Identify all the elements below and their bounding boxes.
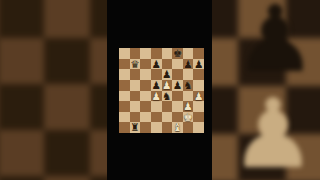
square-e1	[162, 122, 173, 133]
square-f8: ♚	[172, 48, 183, 59]
square-e2	[162, 112, 173, 123]
square-e3	[162, 101, 173, 112]
piece-bn-e4: ♞	[162, 90, 171, 101]
blurred-board-background-left	[0, 0, 107, 180]
square-a5	[119, 80, 130, 91]
square-h7: ♟	[193, 59, 204, 70]
letterbox-blur-right: ♟ ♟	[212, 0, 320, 180]
video-frame: ♟ ♟ ♚♛♟♟♟♟♟♟♟♞♟♞♟♟♚♜♝	[0, 0, 320, 180]
piece-wp-h4: ♟	[194, 90, 203, 101]
piece-bq-b7: ♛	[130, 58, 139, 69]
square-g2: ♚	[183, 112, 194, 123]
square-a4	[119, 91, 130, 102]
square-c5	[140, 80, 151, 91]
square-a1	[119, 122, 130, 133]
square-a2	[119, 112, 130, 123]
square-d4: ♟	[151, 91, 162, 102]
square-h1	[193, 122, 204, 133]
square-d3	[151, 101, 162, 112]
square-c7	[140, 59, 151, 70]
square-d2	[151, 112, 162, 123]
piece-bk-f8: ♚	[173, 48, 182, 59]
square-f4	[172, 91, 183, 102]
square-h2	[193, 112, 204, 123]
square-f5: ♟	[172, 80, 183, 91]
chess-board: ♚♛♟♟♟♟♟♟♟♞♟♞♟♟♚♜♝	[119, 48, 204, 133]
square-b3	[130, 101, 141, 112]
square-c6	[140, 69, 151, 80]
square-h6	[193, 69, 204, 80]
square-b1: ♜	[130, 122, 141, 133]
piece-bp-f5: ♟	[173, 79, 182, 90]
piece-bn-g5: ♞	[183, 79, 192, 90]
square-f3	[172, 101, 183, 112]
piece-bp-d7: ♟	[151, 58, 160, 69]
piece-wb-f1: ♝	[173, 122, 182, 133]
square-c8	[140, 48, 151, 59]
square-f1: ♝	[172, 122, 183, 133]
piece-br-b1: ♜	[130, 122, 139, 133]
square-c4	[140, 91, 151, 102]
square-g7: ♟	[183, 59, 194, 70]
square-e4: ♞	[162, 91, 173, 102]
square-c1	[140, 122, 151, 133]
square-b4	[130, 91, 141, 102]
square-c2	[140, 112, 151, 123]
piece-bp-h7: ♟	[194, 58, 203, 69]
square-g1	[183, 122, 194, 133]
square-b5	[130, 80, 141, 91]
square-d1	[151, 122, 162, 133]
square-b6	[130, 69, 141, 80]
square-a6	[119, 69, 130, 80]
letterbox-blur-left	[0, 0, 107, 180]
piece-wk-g2: ♚	[183, 111, 192, 122]
piece-bp-g7: ♟	[183, 58, 192, 69]
square-a7	[119, 59, 130, 70]
square-c3	[140, 101, 151, 112]
square-b7: ♛	[130, 59, 141, 70]
square-g5: ♞	[183, 80, 194, 91]
square-e8	[162, 48, 173, 59]
square-d7: ♟	[151, 59, 162, 70]
square-h4: ♟	[193, 91, 204, 102]
blurred-board-background-right	[212, 0, 320, 180]
square-a8	[119, 48, 130, 59]
square-h3	[193, 101, 204, 112]
square-a3	[119, 101, 130, 112]
square-f7	[172, 59, 183, 70]
piece-wp-d4: ♟	[151, 90, 160, 101]
